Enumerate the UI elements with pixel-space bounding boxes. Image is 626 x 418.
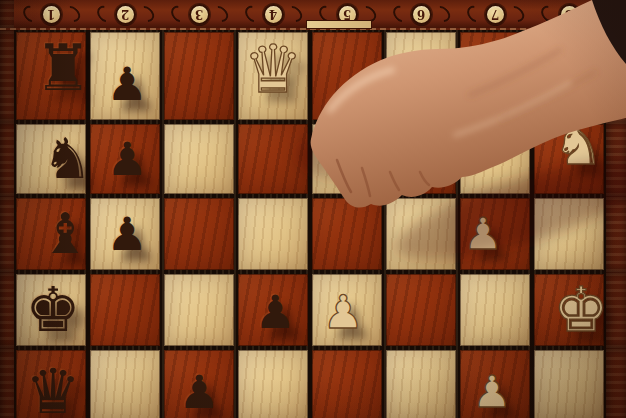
player-hand: [0, 0, 626, 418]
chessboard-photo: 12345678 ♜♟♛♞♟♞♝♟♟♚♟♟♚♛♟♟: [0, 0, 626, 418]
